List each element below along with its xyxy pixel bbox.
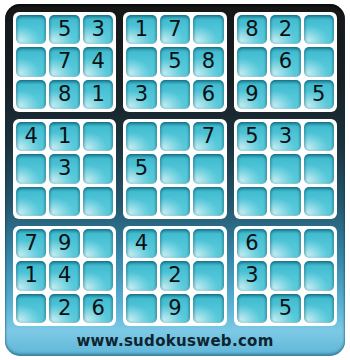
box-8: 429 [123,226,226,326]
cell-r8c4[interactable] [126,261,156,290]
cell-r4c3[interactable] [83,122,113,151]
cell-r1c3: 3 [83,15,113,44]
cell-r8c8[interactable] [270,261,300,290]
cell-r2c3: 4 [83,47,113,76]
cell-r2c7[interactable] [237,47,267,76]
cell-r5c9[interactable] [304,154,334,183]
cell-r9c4[interactable] [126,294,156,323]
sudoku-board: 537481175836826954137553791426429635 [13,12,337,326]
cell-r2c1[interactable] [16,47,46,76]
cell-r2c5: 5 [160,47,190,76]
box-7: 791426 [13,226,116,326]
cell-r3c2: 8 [49,80,79,109]
box-4: 413 [13,119,116,219]
box-9: 635 [234,226,337,326]
cell-r3c3: 1 [83,80,113,109]
cell-r2c6: 8 [193,47,223,76]
cell-r1c7: 8 [237,15,267,44]
cell-r6c7[interactable] [237,187,267,216]
cell-r6c6[interactable] [193,187,223,216]
cell-r2c4[interactable] [126,47,156,76]
site-link[interactable]: www.sudokusweb.com [13,326,337,356]
board-frame: 537481175836826954137553791426429635 www… [5,4,345,356]
cell-r5c8[interactable] [270,154,300,183]
cell-r8c2: 4 [49,261,79,290]
cell-r3c4: 3 [126,80,156,109]
cell-r9c6[interactable] [193,294,223,323]
cell-r3c6: 6 [193,80,223,109]
cell-r9c2: 2 [49,294,79,323]
cell-r1c5: 7 [160,15,190,44]
cell-r5c3[interactable] [83,154,113,183]
cell-r9c1[interactable] [16,294,46,323]
cell-r9c9[interactable] [304,294,334,323]
cell-r5c1[interactable] [16,154,46,183]
cell-r8c3[interactable] [83,261,113,290]
cell-r9c7[interactable] [237,294,267,323]
cell-r9c3: 6 [83,294,113,323]
cell-r8c1: 1 [16,261,46,290]
cell-r3c7: 9 [237,80,267,109]
cell-r3c9: 5 [304,80,334,109]
page: 537481175836826954137553791426429635 www… [0,0,350,360]
cell-r4c5[interactable] [160,122,190,151]
cell-r3c5[interactable] [160,80,190,109]
cell-r5c5[interactable] [160,154,190,183]
cell-r1c6[interactable] [193,15,223,44]
cell-r1c8: 2 [270,15,300,44]
cell-r9c5: 9 [160,294,190,323]
cell-r8c5: 2 [160,261,190,290]
cell-r4c8: 3 [270,122,300,151]
cell-r3c1[interactable] [16,80,46,109]
cell-r7c7: 6 [237,229,267,258]
cell-r5c2: 3 [49,154,79,183]
cell-r8c9[interactable] [304,261,334,290]
cell-r4c7: 5 [237,122,267,151]
box-3: 82695 [234,12,337,112]
cell-r1c4: 1 [126,15,156,44]
cell-r1c9[interactable] [304,15,334,44]
cell-r7c1: 7 [16,229,46,258]
cell-r6c2[interactable] [49,187,79,216]
cell-r7c4: 4 [126,229,156,258]
cell-r7c9[interactable] [304,229,334,258]
cell-r2c8: 6 [270,47,300,76]
cell-r1c1[interactable] [16,15,46,44]
cell-r6c4[interactable] [126,187,156,216]
cell-r1c2: 5 [49,15,79,44]
cell-r7c2: 9 [49,229,79,258]
cell-r4c2: 1 [49,122,79,151]
cell-r7c3[interactable] [83,229,113,258]
cell-r6c9[interactable] [304,187,334,216]
box-5: 75 [123,119,226,219]
cell-r6c8[interactable] [270,187,300,216]
box-1: 537481 [13,12,116,112]
cell-r9c8: 5 [270,294,300,323]
cell-r3c8[interactable] [270,80,300,109]
cell-r7c5[interactable] [160,229,190,258]
cell-r4c6: 7 [193,122,223,151]
box-2: 175836 [123,12,226,112]
cell-r4c1: 4 [16,122,46,151]
box-6: 53 [234,119,337,219]
cell-r6c5[interactable] [160,187,190,216]
cell-r7c8[interactable] [270,229,300,258]
cell-r2c2: 7 [49,47,79,76]
cell-r6c3[interactable] [83,187,113,216]
cell-r6c1[interactable] [16,187,46,216]
cell-r8c7: 3 [237,261,267,290]
cell-r2c9[interactable] [304,47,334,76]
cell-r4c4[interactable] [126,122,156,151]
cell-r5c6[interactable] [193,154,223,183]
cell-r8c6[interactable] [193,261,223,290]
cell-r7c6[interactable] [193,229,223,258]
cell-r4c9[interactable] [304,122,334,151]
cell-r5c4: 5 [126,154,156,183]
cell-r5c7[interactable] [237,154,267,183]
